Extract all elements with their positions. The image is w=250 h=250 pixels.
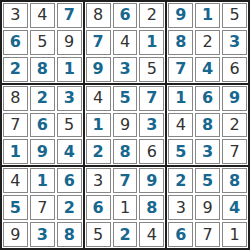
cell-r1c2[interactable]: 4 (30, 3, 55, 28)
cell-r2c4[interactable]: 7 (86, 30, 111, 55)
cell-r6c7[interactable]: 5 (168, 139, 193, 164)
block-r3c2: 379618524 (85, 167, 166, 248)
block-r2c2: 457193286 (85, 85, 166, 166)
cell-r3c9[interactable]: 6 (222, 57, 247, 82)
cell-r8c3[interactable]: 2 (57, 195, 82, 220)
cell-r5c6[interactable]: 3 (139, 113, 164, 138)
cell-r5c3[interactable]: 5 (57, 113, 82, 138)
cell-r1c9[interactable]: 5 (222, 3, 247, 28)
cell-r5c4[interactable]: 1 (86, 113, 111, 138)
cell-r7c4[interactable]: 3 (86, 168, 111, 193)
cell-r2c2[interactable]: 5 (30, 30, 55, 55)
cell-r3c5[interactable]: 3 (113, 57, 138, 82)
cell-r7c1[interactable]: 4 (3, 168, 28, 193)
block-r2c1: 823765194 (2, 85, 83, 166)
cell-r2c5[interactable]: 4 (113, 30, 138, 55)
cell-r6c5[interactable]: 8 (113, 139, 138, 164)
sudoku-board: 3476592818627419359158237468237651944571… (0, 0, 250, 250)
cell-r7c8[interactable]: 5 (195, 168, 220, 193)
cell-r9c3[interactable]: 8 (57, 222, 82, 247)
block-r1c1: 347659281 (2, 2, 83, 83)
cell-r9c7[interactable]: 6 (168, 222, 193, 247)
cell-r4c3[interactable]: 3 (57, 86, 82, 111)
cell-r3c4[interactable]: 9 (86, 57, 111, 82)
cell-r4c8[interactable]: 6 (195, 86, 220, 111)
cell-r9c8[interactable]: 7 (195, 222, 220, 247)
cell-r1c6[interactable]: 2 (139, 3, 164, 28)
cell-r4c1[interactable]: 8 (3, 86, 28, 111)
cell-r5c2[interactable]: 6 (30, 113, 55, 138)
cell-r3c2[interactable]: 8 (30, 57, 55, 82)
cell-r3c8[interactable]: 4 (195, 57, 220, 82)
cell-r7c6[interactable]: 9 (139, 168, 164, 193)
cell-r1c8[interactable]: 1 (195, 3, 220, 28)
block-r2c3: 169482537 (167, 85, 248, 166)
cell-r9c4[interactable]: 5 (86, 222, 111, 247)
cell-r2c7[interactable]: 8 (168, 30, 193, 55)
cell-r4c6[interactable]: 7 (139, 86, 164, 111)
cell-r9c9[interactable]: 1 (222, 222, 247, 247)
cell-r4c7[interactable]: 1 (168, 86, 193, 111)
cell-r9c2[interactable]: 3 (30, 222, 55, 247)
cell-r7c9[interactable]: 8 (222, 168, 247, 193)
cell-r5c7[interactable]: 4 (168, 113, 193, 138)
cell-r3c6[interactable]: 5 (139, 57, 164, 82)
cell-r9c1[interactable]: 9 (3, 222, 28, 247)
cell-r7c2[interactable]: 1 (30, 168, 55, 193)
cell-r1c3[interactable]: 7 (57, 3, 82, 28)
cell-r8c8[interactable]: 9 (195, 195, 220, 220)
cell-r6c3[interactable]: 4 (57, 139, 82, 164)
cell-r5c5[interactable]: 9 (113, 113, 138, 138)
cell-r6c9[interactable]: 7 (222, 139, 247, 164)
cell-r8c1[interactable]: 5 (3, 195, 28, 220)
cell-r4c4[interactable]: 4 (86, 86, 111, 111)
cell-r9c5[interactable]: 2 (113, 222, 138, 247)
cell-r6c2[interactable]: 9 (30, 139, 55, 164)
cell-r7c3[interactable]: 6 (57, 168, 82, 193)
cell-r2c8[interactable]: 2 (195, 30, 220, 55)
cell-r3c1[interactable]: 2 (3, 57, 28, 82)
block-r1c2: 862741935 (85, 2, 166, 83)
cell-r5c1[interactable]: 7 (3, 113, 28, 138)
cell-r6c4[interactable]: 2 (86, 139, 111, 164)
cell-r4c2[interactable]: 2 (30, 86, 55, 111)
cell-r1c4[interactable]: 8 (86, 3, 111, 28)
cell-r6c8[interactable]: 3 (195, 139, 220, 164)
cell-r4c5[interactable]: 5 (113, 86, 138, 111)
cell-r2c3[interactable]: 9 (57, 30, 82, 55)
cell-r6c6[interactable]: 6 (139, 139, 164, 164)
cell-r4c9[interactable]: 9 (222, 86, 247, 111)
cell-r3c7[interactable]: 7 (168, 57, 193, 82)
block-r1c3: 915823746 (167, 2, 248, 83)
cell-r2c1[interactable]: 6 (3, 30, 28, 55)
cell-r8c2[interactable]: 7 (30, 195, 55, 220)
cell-r3c3[interactable]: 1 (57, 57, 82, 82)
cell-r9c6[interactable]: 4 (139, 222, 164, 247)
cell-r8c9[interactable]: 4 (222, 195, 247, 220)
cell-r1c5[interactable]: 6 (113, 3, 138, 28)
cell-r1c7[interactable]: 9 (168, 3, 193, 28)
cell-r2c9[interactable]: 3 (222, 30, 247, 55)
cell-r6c1[interactable]: 1 (3, 139, 28, 164)
cell-r5c9[interactable]: 2 (222, 113, 247, 138)
cell-r1c1[interactable]: 3 (3, 3, 28, 28)
cell-r8c4[interactable]: 6 (86, 195, 111, 220)
cell-r7c5[interactable]: 7 (113, 168, 138, 193)
cell-r2c6[interactable]: 1 (139, 30, 164, 55)
cell-r8c5[interactable]: 1 (113, 195, 138, 220)
block-r3c3: 258394671 (167, 167, 248, 248)
cell-r7c7[interactable]: 2 (168, 168, 193, 193)
cell-r8c6[interactable]: 8 (139, 195, 164, 220)
cell-r8c7[interactable]: 3 (168, 195, 193, 220)
cell-r5c8[interactable]: 8 (195, 113, 220, 138)
block-r3c1: 416572938 (2, 167, 83, 248)
